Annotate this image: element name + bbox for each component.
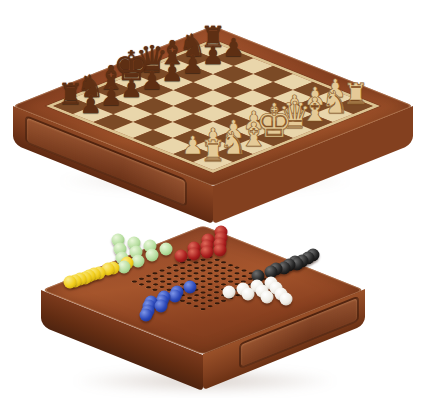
peg-hole[interactable] (213, 275, 220, 278)
peg-hole[interactable] (220, 266, 227, 269)
peg-hole[interactable] (199, 291, 206, 294)
white-marble[interactable] (223, 285, 236, 298)
peg-hole[interactable] (213, 264, 220, 267)
blue-marble[interactable] (140, 309, 153, 322)
peg-hole[interactable] (213, 291, 220, 294)
light-rook[interactable]: ♜ (200, 137, 226, 166)
peg-hole[interactable] (159, 286, 166, 289)
peg-hole[interactable] (199, 269, 206, 272)
peg-hole[interactable] (172, 269, 179, 272)
yellow-marble[interactable] (64, 276, 77, 289)
peg-hole[interactable] (152, 288, 159, 291)
peg-hole[interactable] (193, 299, 200, 302)
dark-pawn[interactable]: ♟ (141, 68, 163, 93)
peg-hole[interactable] (179, 272, 186, 275)
peg-hole[interactable] (206, 277, 213, 280)
peg-hole[interactable] (186, 302, 193, 305)
peg-hole[interactable] (165, 283, 172, 286)
peg-hole[interactable] (213, 302, 220, 305)
peg-hole[interactable] (179, 277, 186, 280)
peg-hole[interactable] (206, 261, 213, 264)
dark-pawn[interactable]: ♟ (120, 76, 142, 101)
peg-hole[interactable] (199, 258, 206, 261)
peg-hole[interactable] (145, 280, 152, 283)
peg-hole[interactable] (220, 299, 227, 302)
peg-hole[interactable] (206, 288, 213, 291)
peg-hole[interactable] (220, 261, 227, 264)
peg-hole[interactable] (199, 286, 206, 289)
red-marble[interactable] (174, 250, 187, 263)
peg-hole[interactable] (213, 258, 220, 261)
peg-hole[interactable] (186, 269, 193, 272)
peg-hole[interactable] (186, 264, 193, 267)
peg-hole[interactable] (206, 266, 213, 269)
peg-hole[interactable] (227, 275, 234, 278)
peg-hole[interactable] (213, 269, 220, 272)
peg-hole[interactable] (138, 283, 145, 286)
peg-hole[interactable] (179, 266, 186, 269)
blue-marble[interactable] (183, 280, 196, 293)
peg-hole[interactable] (206, 305, 213, 308)
peg-hole[interactable] (220, 277, 227, 280)
peg-hole[interactable] (193, 272, 200, 275)
peg-hole[interactable] (138, 277, 145, 280)
peg-hole[interactable] (193, 294, 200, 297)
peg-hole[interactable] (234, 266, 241, 269)
dark-pawn[interactable]: ♟ (161, 60, 183, 85)
peg-hole[interactable] (193, 305, 200, 308)
peg-hole[interactable] (206, 272, 213, 275)
peg-hole[interactable] (199, 296, 206, 299)
peg-hole[interactable] (152, 272, 159, 275)
peg-hole[interactable] (234, 272, 241, 275)
peg-hole[interactable] (206, 299, 213, 302)
peg-hole[interactable] (199, 264, 206, 267)
blue-marble[interactable] (154, 299, 167, 312)
peg-hole[interactable] (186, 275, 193, 278)
peg-hole[interactable] (159, 269, 166, 272)
dark-pawn[interactable]: ♟ (100, 84, 122, 109)
peg-hole[interactable] (213, 280, 220, 283)
peg-hole[interactable] (234, 277, 241, 280)
peg-hole[interactable] (240, 275, 247, 278)
peg-hole[interactable] (159, 275, 166, 278)
peg-hole[interactable] (213, 286, 220, 289)
white-marble[interactable] (242, 288, 255, 301)
peg-hole[interactable] (193, 277, 200, 280)
peg-hole[interactable] (213, 296, 220, 299)
peg-hole[interactable] (227, 280, 234, 283)
red-marble[interactable] (187, 248, 200, 261)
peg-hole[interactable] (199, 307, 206, 310)
dark-pawn[interactable]: ♟ (202, 43, 224, 68)
white-marble[interactable] (261, 290, 274, 303)
dark-pawn[interactable]: ♟ (181, 52, 203, 77)
peg-hole[interactable] (152, 277, 159, 280)
dark-pawn[interactable]: ♟ (80, 92, 102, 117)
peg-hole[interactable] (172, 264, 179, 267)
green-marble[interactable] (160, 243, 173, 256)
peg-hole[interactable] (165, 277, 172, 280)
peg-hole[interactable] (206, 294, 213, 297)
peg-hole[interactable] (240, 269, 247, 272)
white-marble[interactable] (280, 293, 293, 306)
peg-hole[interactable] (145, 275, 152, 278)
peg-hole[interactable] (220, 272, 227, 275)
peg-hole[interactable] (172, 275, 179, 278)
red-marble[interactable] (200, 246, 213, 259)
peg-hole[interactable] (131, 280, 138, 283)
peg-hole[interactable] (159, 280, 166, 283)
peg-hole[interactable] (193, 266, 200, 269)
peg-hole[interactable] (193, 261, 200, 264)
peg-hole[interactable] (199, 302, 206, 305)
product-photo-scene: ♜♞♝♛♚♝♞♜♟♟♟♟♟♟♟♟♟♟♟♟♟♟♟♟♜♞♝♛♚♝♞♜ (0, 0, 422, 398)
peg-hole[interactable] (199, 275, 206, 278)
peg-hole[interactable] (227, 269, 234, 272)
green-marble[interactable] (146, 249, 159, 262)
peg-hole[interactable] (165, 272, 172, 275)
peg-hole[interactable] (172, 280, 179, 283)
peg-hole[interactable] (206, 283, 213, 286)
peg-hole[interactable] (199, 280, 206, 283)
dark-pawn[interactable]: ♟ (222, 35, 244, 60)
red-marble[interactable] (213, 244, 226, 257)
peg-hole[interactable] (165, 266, 172, 269)
peg-hole[interactable] (186, 296, 193, 299)
peg-hole[interactable] (145, 286, 152, 289)
peg-hole[interactable] (152, 283, 159, 286)
blue-marble[interactable] (169, 290, 182, 303)
peg-hole[interactable] (227, 264, 234, 267)
